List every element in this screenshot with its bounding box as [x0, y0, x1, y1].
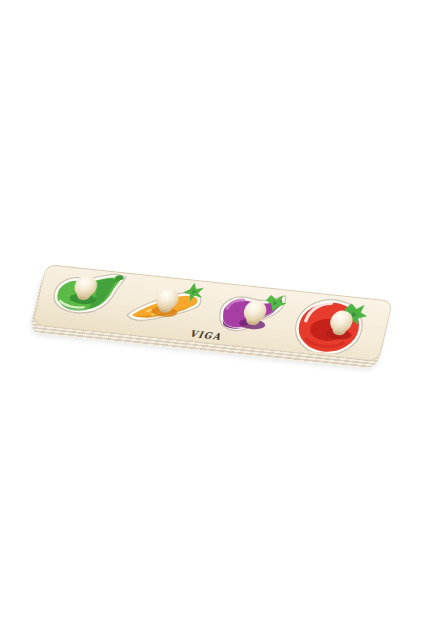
product-photo: VIGA: [0, 0, 423, 634]
puzzle-board: VIGA: [32, 264, 393, 362]
